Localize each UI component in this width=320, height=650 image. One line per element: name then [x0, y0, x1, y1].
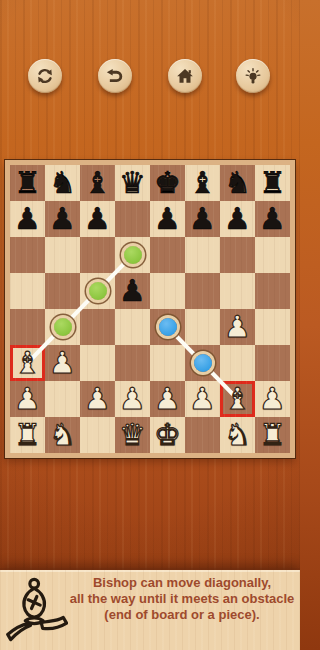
- black-knight-b8[interactable]: ♞: [49, 168, 76, 198]
- restart-icon: [35, 66, 55, 86]
- cell-g4: ♟: [220, 309, 255, 345]
- cell-a2: ♟: [10, 381, 45, 417]
- cell-f5: [185, 273, 220, 309]
- cell-f7: ♟: [185, 201, 220, 237]
- cell-g8: ♞: [220, 165, 255, 201]
- cell-g1: ♞: [220, 417, 255, 453]
- white-pawn-e2[interactable]: ♟: [154, 384, 181, 414]
- black-knight-g8[interactable]: ♞: [224, 168, 251, 198]
- black-bishop-c8[interactable]: ♝: [84, 168, 111, 198]
- undo-icon: [105, 66, 125, 86]
- cell-h5: [255, 273, 290, 309]
- cell-c3: [80, 345, 115, 381]
- cell-e4: [150, 309, 185, 345]
- tutorial-panel: Bishop can move diagonally, all the way …: [0, 570, 300, 650]
- cell-g3: [220, 345, 255, 381]
- black-pawn-e7[interactable]: ♟: [154, 204, 181, 234]
- cell-c6: [80, 237, 115, 273]
- cell-g6: [220, 237, 255, 273]
- cell-g7: ♟: [220, 201, 255, 237]
- cell-a3: ♝: [10, 345, 45, 381]
- white-pawn-d2[interactable]: ♟: [119, 384, 146, 414]
- black-rook-h8[interactable]: ♜: [259, 168, 286, 198]
- cell-f3: [185, 345, 220, 381]
- cell-h7: ♟: [255, 201, 290, 237]
- app-background: { "game": "chess", "app_context": "chess…: [0, 0, 300, 650]
- cell-b8: ♞: [45, 165, 80, 201]
- cell-d2: ♟: [115, 381, 150, 417]
- tutorial-line-3: (end of board or a piece).: [66, 607, 298, 623]
- white-pawn-g4[interactable]: ♟: [224, 312, 251, 342]
- cell-d8: ♛: [115, 165, 150, 201]
- cell-d3: [115, 345, 150, 381]
- cell-h6: [255, 237, 290, 273]
- cell-c8: ♝: [80, 165, 115, 201]
- cell-f4: [185, 309, 220, 345]
- black-pawn-d5[interactable]: ♟: [119, 276, 146, 306]
- cell-d4: [115, 309, 150, 345]
- tutorial-line-1: Bishop can move diagonally,: [66, 575, 298, 591]
- undo-button[interactable]: [98, 59, 132, 93]
- cell-a1: ♜: [10, 417, 45, 453]
- white-pawn-c2[interactable]: ♟: [84, 384, 111, 414]
- cell-c5: [80, 273, 115, 309]
- white-pawn-h2[interactable]: ♟: [259, 384, 286, 414]
- cell-g5: [220, 273, 255, 309]
- tutorial-line-2: all the way until it meets an obstacle: [66, 591, 298, 607]
- white-pawn-f2[interactable]: ♟: [189, 384, 216, 414]
- home-button[interactable]: [168, 59, 202, 93]
- hand-holding-bishop-icon: [6, 574, 68, 646]
- black-queen-d8[interactable]: ♛: [119, 168, 146, 198]
- cell-c2: ♟: [80, 381, 115, 417]
- cell-e7: ♟: [150, 201, 185, 237]
- cell-f6: [185, 237, 220, 273]
- board-pieces: ♜♞♝♛♚♝♞♜♟♟♟♟♟♟♟♟♟♝♟♟♟♟♟♟♝♟♜♞♛♚♞♜: [10, 165, 290, 453]
- white-rook-h1[interactable]: ♜: [259, 420, 286, 450]
- cell-e8: ♚: [150, 165, 185, 201]
- black-pawn-b7[interactable]: ♟: [49, 204, 76, 234]
- cell-e1: ♚: [150, 417, 185, 453]
- cell-b4: [45, 309, 80, 345]
- cell-a8: ♜: [10, 165, 45, 201]
- chess-board: ♜♞♝♛♚♝♞♜♟♟♟♟♟♟♟♟♟♝♟♟♟♟♟♟♝♟♜♞♛♚♞♜: [5, 160, 295, 458]
- cell-d6: [115, 237, 150, 273]
- black-pawn-f7[interactable]: ♟: [189, 204, 216, 234]
- cell-h2: ♟: [255, 381, 290, 417]
- cell-d1: ♛: [115, 417, 150, 453]
- cell-h3: [255, 345, 290, 381]
- black-pawn-a7[interactable]: ♟: [14, 204, 41, 234]
- cell-a7: ♟: [10, 201, 45, 237]
- tutorial-text: Bishop can move diagonally, all the way …: [66, 575, 298, 623]
- black-pawn-h7[interactable]: ♟: [259, 204, 286, 234]
- cell-b6: [45, 237, 80, 273]
- white-knight-b1[interactable]: ♞: [49, 420, 76, 450]
- black-pawn-g7[interactable]: ♟: [224, 204, 251, 234]
- restart-button[interactable]: [28, 59, 62, 93]
- cell-f2: ♟: [185, 381, 220, 417]
- cell-c1: [80, 417, 115, 453]
- home-icon: [175, 66, 195, 86]
- cell-f8: ♝: [185, 165, 220, 201]
- cell-a5: [10, 273, 45, 309]
- black-king-e8[interactable]: ♚: [154, 168, 181, 198]
- white-queen-d1[interactable]: ♛: [119, 420, 146, 450]
- white-pawn-b3[interactable]: ♟: [49, 348, 76, 378]
- cell-e6: [150, 237, 185, 273]
- cell-e5: [150, 273, 185, 309]
- cell-c7: ♟: [80, 201, 115, 237]
- white-king-e1[interactable]: ♚: [154, 420, 181, 450]
- cell-b7: ♟: [45, 201, 80, 237]
- black-rook-a8[interactable]: ♜: [14, 168, 41, 198]
- white-pawn-a2[interactable]: ♟: [14, 384, 41, 414]
- lightbulb-icon: [243, 66, 263, 86]
- hint-button[interactable]: [236, 59, 270, 93]
- white-rook-a1[interactable]: ♜: [14, 420, 41, 450]
- white-knight-g1[interactable]: ♞: [224, 420, 251, 450]
- cell-b2: [45, 381, 80, 417]
- cell-b3: ♟: [45, 345, 80, 381]
- white-bishop-g2[interactable]: ♝: [224, 384, 251, 414]
- cell-e3: [150, 345, 185, 381]
- cell-c4: [80, 309, 115, 345]
- cell-e2: ♟: [150, 381, 185, 417]
- cell-h1: ♜: [255, 417, 290, 453]
- cell-d7: [115, 201, 150, 237]
- black-pawn-c7[interactable]: ♟: [84, 204, 111, 234]
- black-bishop-f8[interactable]: ♝: [189, 168, 216, 198]
- cell-d5: ♟: [115, 273, 150, 309]
- cell-h4: [255, 309, 290, 345]
- cell-b5: [45, 273, 80, 309]
- cell-a4: [10, 309, 45, 345]
- cell-b1: ♞: [45, 417, 80, 453]
- white-bishop-a3[interactable]: ♝: [14, 348, 41, 378]
- cell-a6: [10, 237, 45, 273]
- cell-g2: ♝: [220, 381, 255, 417]
- cell-h8: ♜: [255, 165, 290, 201]
- cell-f1: [185, 417, 220, 453]
